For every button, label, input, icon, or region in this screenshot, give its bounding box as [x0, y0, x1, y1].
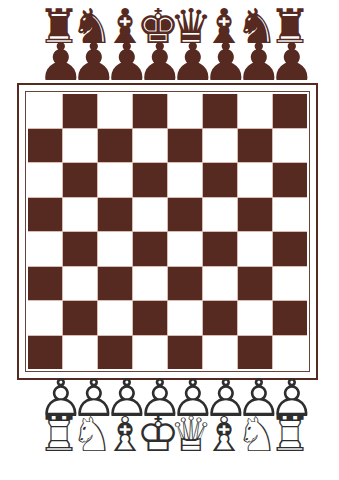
- square-h5[interactable]: [273, 198, 307, 232]
- square-g3[interactable]: [238, 267, 272, 301]
- square-f5[interactable]: [203, 198, 237, 232]
- square-a1[interactable]: [28, 336, 62, 370]
- square-a5[interactable]: [28, 198, 62, 232]
- white-queen-piece[interactable]: ♕: [170, 410, 203, 458]
- white-rook-piece[interactable]: ♖: [38, 410, 71, 458]
- square-h2[interactable]: [273, 301, 307, 335]
- square-b6[interactable]: [63, 163, 97, 197]
- square-g1[interactable]: [238, 336, 272, 370]
- board-inner-frame: [25, 91, 310, 372]
- square-e7[interactable]: [168, 129, 202, 163]
- square-c3[interactable]: [98, 267, 132, 301]
- white-bishop-piece[interactable]: ♗: [104, 410, 137, 458]
- square-a2[interactable]: [28, 301, 62, 335]
- square-c7[interactable]: [98, 129, 132, 163]
- square-g6[interactable]: [238, 163, 272, 197]
- square-f2[interactable]: [203, 301, 237, 335]
- square-d1[interactable]: [133, 336, 167, 370]
- square-c5[interactable]: [98, 198, 132, 232]
- board-grid: [28, 94, 307, 369]
- square-d5[interactable]: [133, 198, 167, 232]
- square-g2[interactable]: [238, 301, 272, 335]
- square-d4[interactable]: [133, 232, 167, 266]
- square-d2[interactable]: [133, 301, 167, 335]
- white-knight-piece[interactable]: ♘: [71, 410, 104, 458]
- square-h8[interactable]: [273, 94, 307, 128]
- square-f6[interactable]: [203, 163, 237, 197]
- square-c8[interactable]: [98, 94, 132, 128]
- square-b8[interactable]: [63, 94, 97, 128]
- square-a4[interactable]: [28, 232, 62, 266]
- square-b2[interactable]: [63, 301, 97, 335]
- square-h1[interactable]: [273, 336, 307, 370]
- square-d8[interactable]: [133, 94, 167, 128]
- square-h6[interactable]: [273, 163, 307, 197]
- square-a3[interactable]: [28, 267, 62, 301]
- square-h7[interactable]: [273, 129, 307, 163]
- square-b4[interactable]: [63, 232, 97, 266]
- square-f4[interactable]: [203, 232, 237, 266]
- square-a6[interactable]: [28, 163, 62, 197]
- square-e4[interactable]: [168, 232, 202, 266]
- square-g4[interactable]: [238, 232, 272, 266]
- square-g7[interactable]: [238, 129, 272, 163]
- square-b1[interactable]: [63, 336, 97, 370]
- dark-pawn-piece[interactable]: ♟: [269, 36, 302, 88]
- square-f1[interactable]: [203, 336, 237, 370]
- square-f3[interactable]: [203, 267, 237, 301]
- square-g8[interactable]: [238, 94, 272, 128]
- white-king-piece[interactable]: ♔: [137, 410, 170, 458]
- dark-pawn-piece[interactable]: ♟: [104, 36, 137, 88]
- white-knight-piece[interactable]: ♘: [236, 410, 269, 458]
- chess-board: [17, 83, 318, 380]
- dark-pawn-piece[interactable]: ♟: [137, 36, 170, 88]
- square-f8[interactable]: [203, 94, 237, 128]
- square-b5[interactable]: [63, 198, 97, 232]
- square-a8[interactable]: [28, 94, 62, 128]
- square-e8[interactable]: [168, 94, 202, 128]
- square-e3[interactable]: [168, 267, 202, 301]
- square-h4[interactable]: [273, 232, 307, 266]
- square-e6[interactable]: [168, 163, 202, 197]
- square-c2[interactable]: [98, 301, 132, 335]
- chess-setup-diagram: ♜♞♝♚♛♝♞♜ ♟♟♟♟♟♟♟♟ ♙♙♙♙♙♙♙♙ ♖♘♗♔♕♗♘♖: [0, 0, 339, 480]
- white-bishop-piece[interactable]: ♗: [203, 410, 236, 458]
- square-c4[interactable]: [98, 232, 132, 266]
- dark-pawn-piece[interactable]: ♟: [236, 36, 269, 88]
- square-b3[interactable]: [63, 267, 97, 301]
- square-e2[interactable]: [168, 301, 202, 335]
- dark-pawn-piece[interactable]: ♟: [170, 36, 203, 88]
- square-e5[interactable]: [168, 198, 202, 232]
- square-g5[interactable]: [238, 198, 272, 232]
- top-pawn-row: ♟♟♟♟♟♟♟♟: [0, 36, 339, 88]
- square-e1[interactable]: [168, 336, 202, 370]
- square-b7[interactable]: [63, 129, 97, 163]
- square-f7[interactable]: [203, 129, 237, 163]
- square-d6[interactable]: [133, 163, 167, 197]
- square-d3[interactable]: [133, 267, 167, 301]
- dark-pawn-piece[interactable]: ♟: [71, 36, 104, 88]
- square-c1[interactable]: [98, 336, 132, 370]
- dark-pawn-piece[interactable]: ♟: [203, 36, 236, 88]
- square-h3[interactable]: [273, 267, 307, 301]
- square-c6[interactable]: [98, 163, 132, 197]
- dark-pawn-piece[interactable]: ♟: [38, 36, 71, 88]
- bottom-back-rank-row: ♖♘♗♔♕♗♘♖: [0, 410, 339, 458]
- square-a7[interactable]: [28, 129, 62, 163]
- square-d7[interactable]: [133, 129, 167, 163]
- white-rook-piece[interactable]: ♖: [269, 410, 302, 458]
